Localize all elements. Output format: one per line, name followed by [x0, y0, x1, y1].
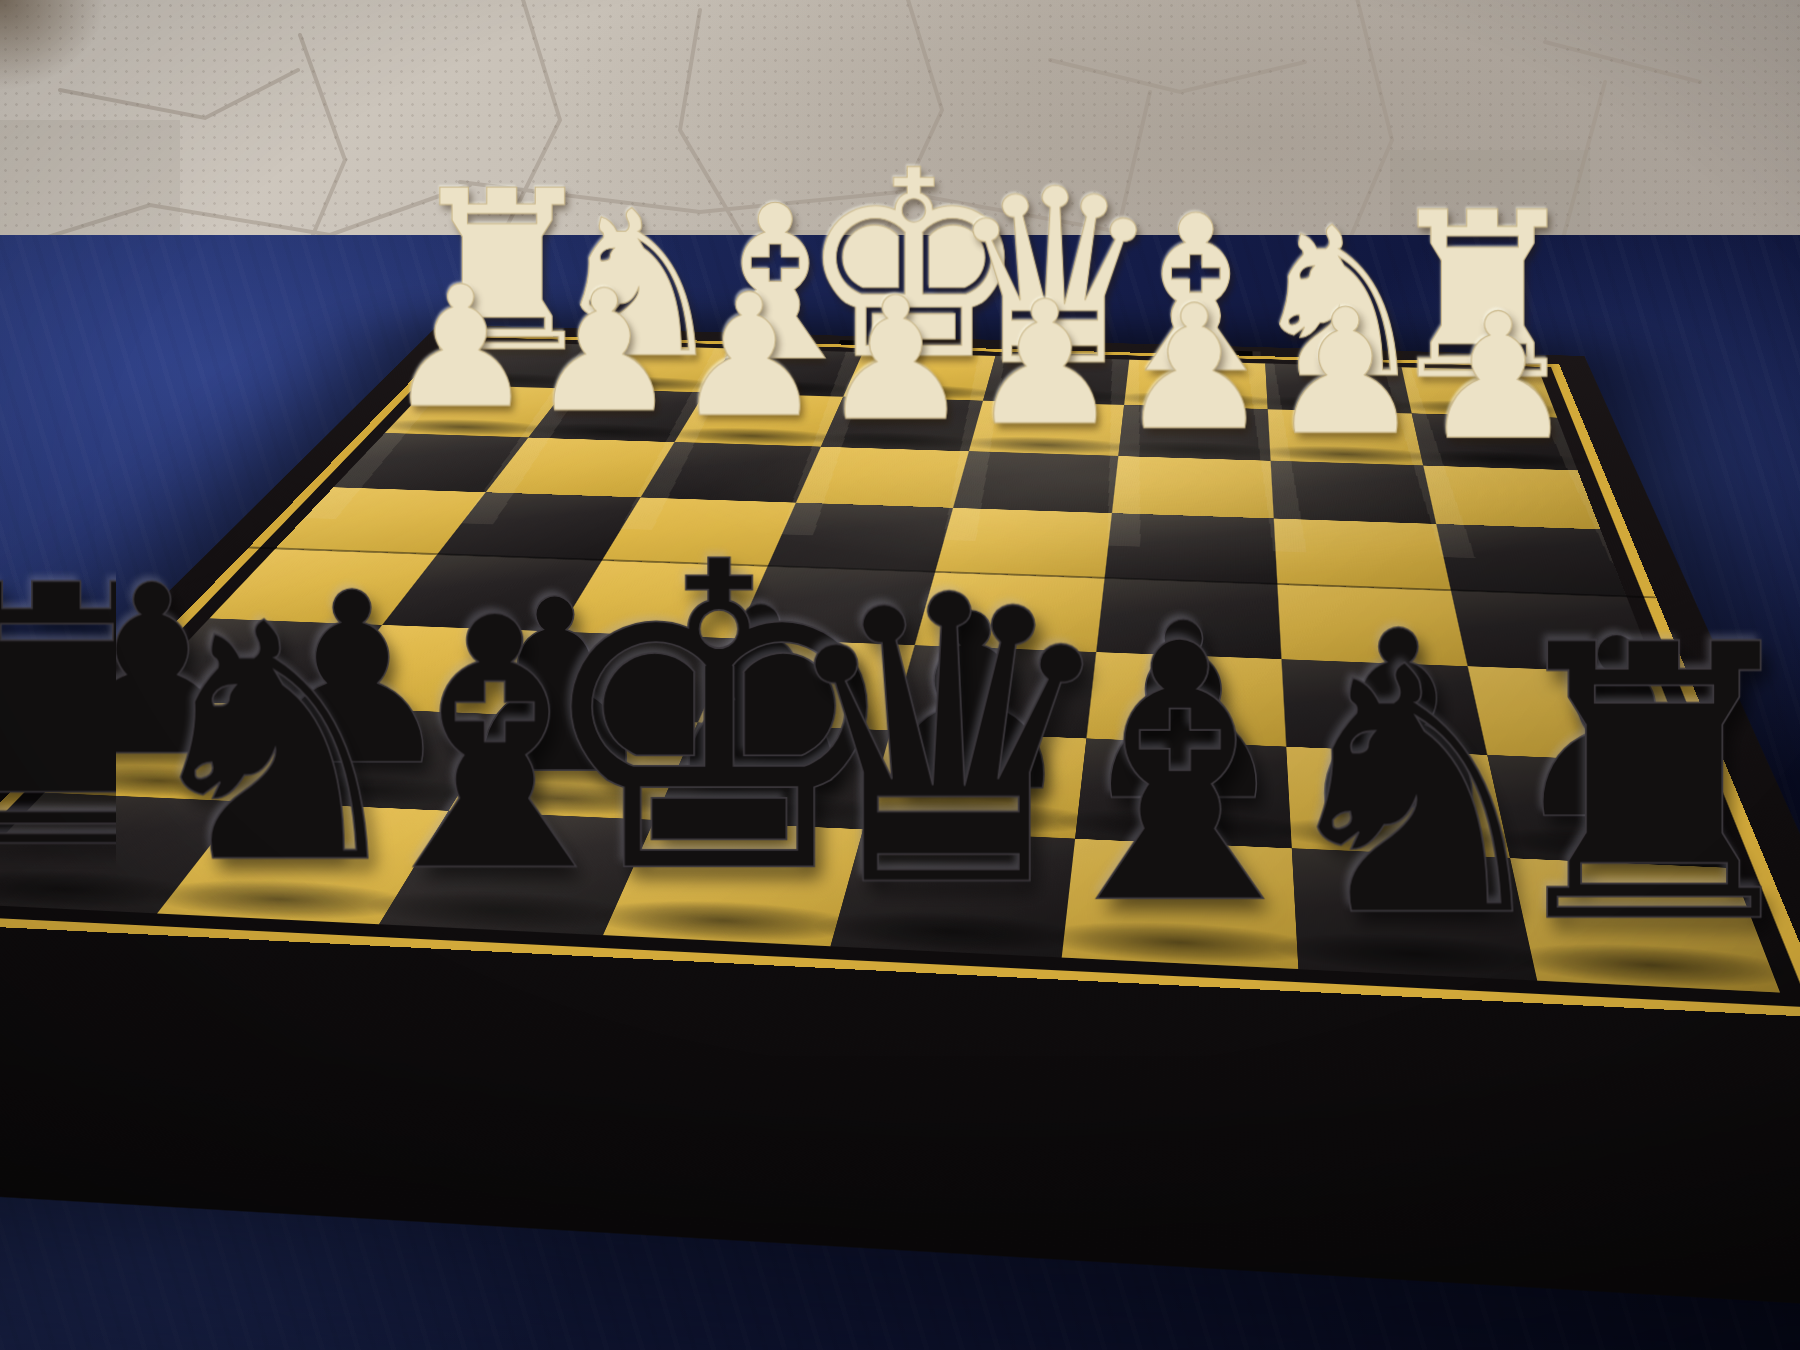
square-a8: ♜ — [1510, 858, 1780, 993]
white-pawn: ♟ — [529, 267, 680, 435]
chessboard: ♜♞♝♚♛♝♞♜♟♟♟♟♟♟♟♟♟♟♟♟♟♟♟♟♜♞♝♚♛♝♞♜ — [0, 325, 1800, 1317]
square-e2: ♟ — [821, 397, 983, 451]
black-rook: ♜ — [1485, 597, 1800, 976]
white-pawn: ♟ — [674, 271, 826, 440]
white-pawn: ♟ — [385, 264, 535, 431]
white-pawn: ♟ — [1268, 286, 1423, 459]
square-c2: ♟ — [1119, 405, 1270, 461]
white-pawn: ♟ — [820, 275, 972, 445]
photo-scene: ♜♞♝♚♛♝♞♜♟♟♟♟♟♟♟♟♟♟♟♟♟♟♟♟♜♞♝♚♛♝♞♜ — [0, 0, 1800, 1350]
square-a2: ♟ — [1411, 414, 1577, 471]
square-d2: ♟ — [969, 401, 1124, 456]
white-pawn: ♟ — [968, 278, 1121, 449]
board-perspective-scene: ♜♞♝♚♛♝♞♜♟♟♟♟♟♟♟♟♟♟♟♟♟♟♟♟♜♞♝♚♛♝♞♜ — [0, 0, 1800, 1350]
board-grid: ♜♞♝♚♛♝♞♜♟♟♟♟♟♟♟♟♟♟♟♟♟♟♟♟♜♞♝♚♛♝♞♜ — [0, 341, 1780, 992]
square-b2: ♟ — [1267, 409, 1423, 465]
white-pawn: ♟ — [1421, 290, 1576, 463]
square-f2: ♟ — [674, 393, 843, 447]
white-pawn: ♟ — [1117, 282, 1271, 454]
